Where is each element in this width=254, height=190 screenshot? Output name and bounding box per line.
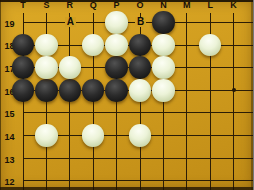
stone-white-Q18[interactable] xyxy=(82,34,105,57)
star-point-K16 xyxy=(232,88,236,92)
row-label-12: 12 xyxy=(1,177,18,187)
grid-hline-12 xyxy=(23,180,254,181)
stone-white-S18[interactable] xyxy=(35,34,58,57)
stone-black-T16[interactable] xyxy=(12,79,35,102)
stone-black-T18[interactable] xyxy=(12,34,35,57)
grid-hline-13 xyxy=(23,158,254,159)
stone-white-O16[interactable] xyxy=(129,79,152,102)
stone-white-S14[interactable] xyxy=(35,124,58,147)
stone-black-S16[interactable] xyxy=(35,79,58,102)
stone-black-Q16[interactable] xyxy=(82,79,105,102)
board-edge-right xyxy=(251,0,253,190)
stone-white-P19[interactable] xyxy=(105,11,128,34)
stone-white-S17[interactable] xyxy=(35,56,58,79)
grid-hline-15 xyxy=(23,112,254,113)
stone-black-N19[interactable] xyxy=(152,11,175,34)
row-label-13: 13 xyxy=(1,155,18,165)
stone-black-P17[interactable] xyxy=(105,56,128,79)
stone-white-L18[interactable] xyxy=(199,34,222,57)
annotation-B-O19[interactable]: B xyxy=(135,17,146,27)
stone-white-N18[interactable] xyxy=(152,34,175,57)
board-edge-bottom xyxy=(0,187,253,190)
row-label-19: 19 xyxy=(1,19,18,29)
row-label-14: 14 xyxy=(1,132,18,142)
grid-vline-M xyxy=(186,13,187,190)
board-edge-top xyxy=(0,0,253,2)
stone-white-N17[interactable] xyxy=(152,56,175,79)
row-label-15: 15 xyxy=(1,109,18,119)
grid-vline-K xyxy=(233,13,234,190)
stone-white-N16[interactable] xyxy=(152,79,175,102)
stone-black-P16[interactable] xyxy=(105,79,128,102)
stone-black-R16[interactable] xyxy=(59,79,82,102)
stone-white-P18[interactable] xyxy=(105,34,128,57)
annotation-A-R19[interactable]: A xyxy=(65,17,76,27)
stone-black-O18[interactable] xyxy=(129,34,152,57)
board-edge-left xyxy=(0,0,1,190)
stone-white-O14[interactable] xyxy=(129,124,152,147)
stone-white-R17[interactable] xyxy=(59,56,82,79)
stone-black-T17[interactable] xyxy=(12,56,35,79)
go-board[interactable]: TSRQPONMLK1918171615141312 AB xyxy=(0,0,253,190)
stone-white-Q14[interactable] xyxy=(82,124,105,147)
stone-black-O17[interactable] xyxy=(129,56,152,79)
